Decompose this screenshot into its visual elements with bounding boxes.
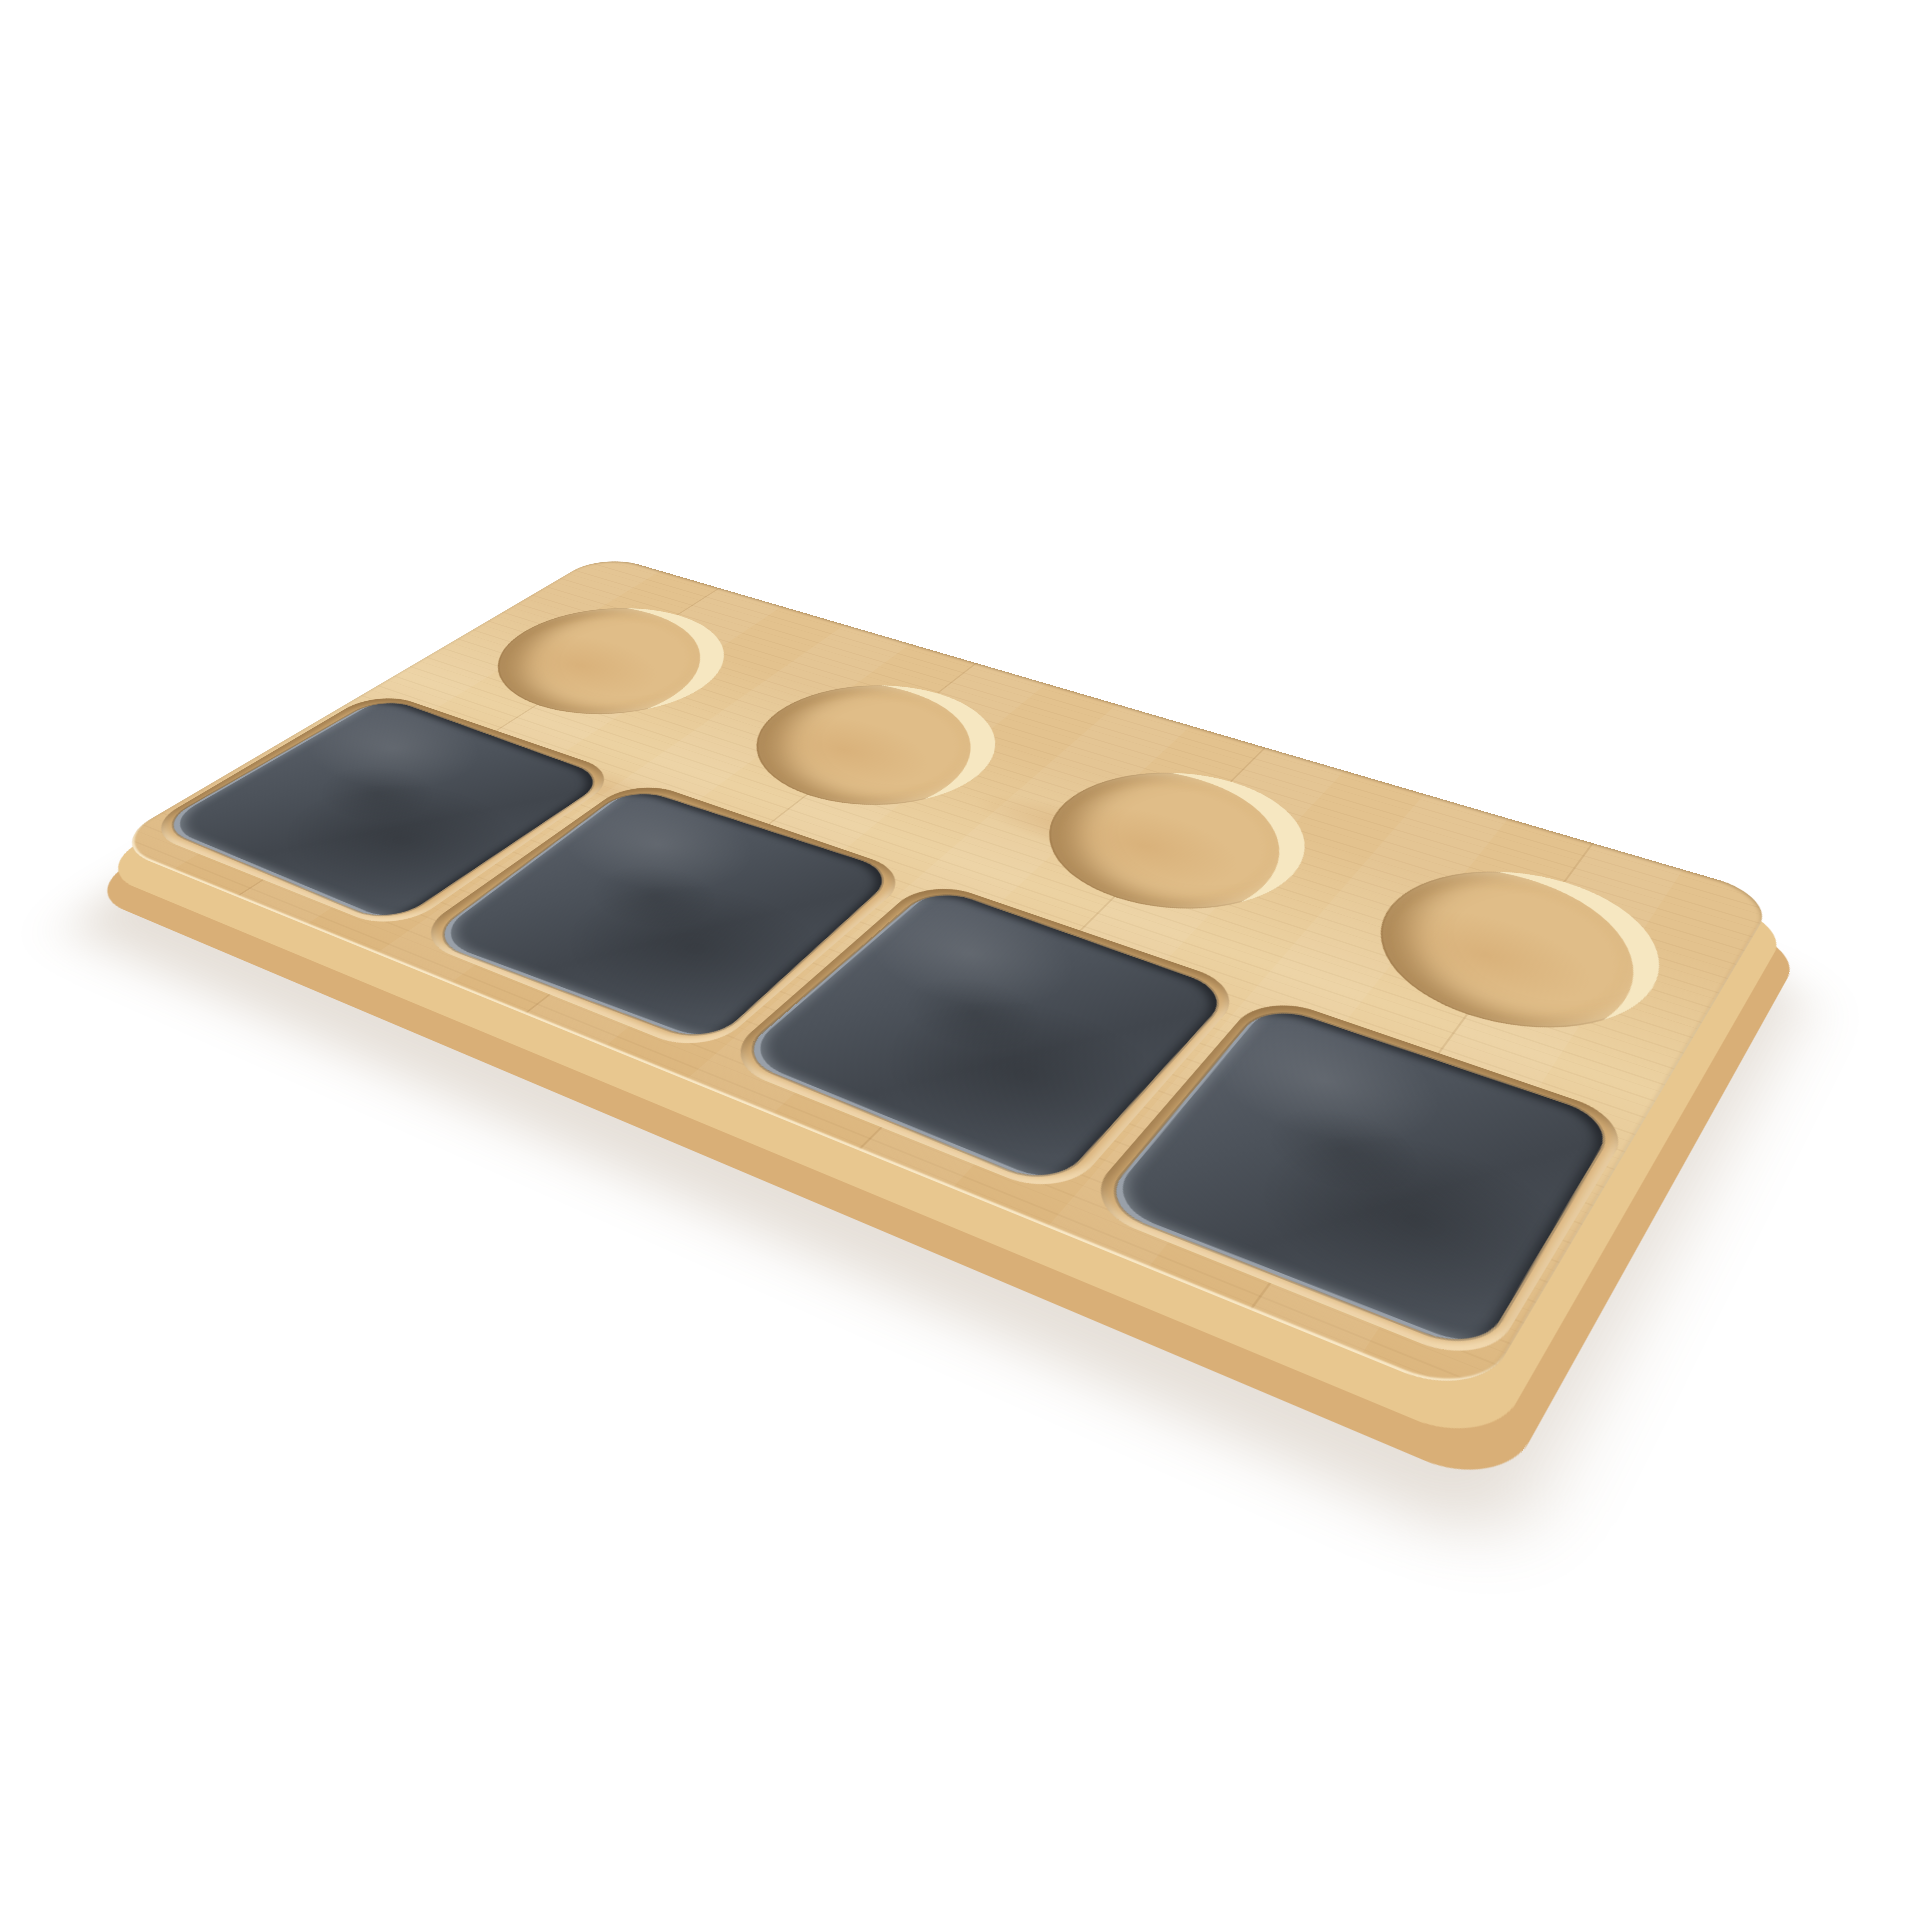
glass-recess-2 [709, 665, 1039, 830]
bamboo-flight-board [108, 554, 1777, 1403]
glass-recess-1 [451, 590, 769, 736]
white-backdrop [0, 0, 1920, 1920]
glass-recess-3 [1002, 749, 1346, 937]
glass-recess-4 [1337, 845, 1695, 1060]
